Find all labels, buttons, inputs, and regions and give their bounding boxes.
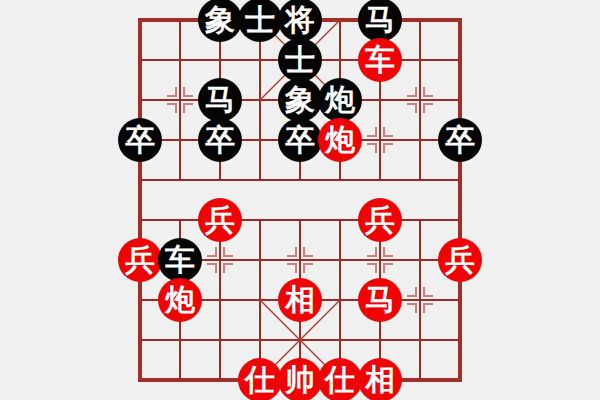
piece-black-chariot[interactable]: 车 <box>158 238 202 282</box>
piece-black-cannon[interactable]: 炮 <box>318 78 362 122</box>
piece-red-cannon[interactable]: 炮 <box>318 118 362 162</box>
piece-red-elephant[interactable]: 相 <box>278 278 322 322</box>
piece-red-general[interactable]: 帅 <box>278 358 322 400</box>
piece-black-elephant[interactable]: 象 <box>198 0 242 42</box>
piece-red-soldier[interactable]: 兵 <box>358 198 402 242</box>
piece-black-advisor[interactable]: 士 <box>278 38 322 82</box>
piece-black-soldier[interactable]: 卒 <box>118 118 162 162</box>
piece-red-horse[interactable]: 马 <box>358 278 402 322</box>
piece-black-soldier[interactable]: 卒 <box>438 118 482 162</box>
xiangqi-board-screen: 象士将马士车马象炮卒卒卒炮卒兵兵兵车兵炮相马仕帅仕相 <box>0 0 600 400</box>
piece-red-soldier[interactable]: 兵 <box>438 238 482 282</box>
piece-black-horse[interactable]: 马 <box>358 0 402 42</box>
pieces-layer[interactable]: 象士将马士车马象炮卒卒卒炮卒兵兵兵车兵炮相马仕帅仕相 <box>0 0 600 400</box>
piece-red-advisor[interactable]: 仕 <box>318 358 362 400</box>
piece-red-soldier[interactable]: 兵 <box>198 198 242 242</box>
piece-red-advisor[interactable]: 仕 <box>238 358 282 400</box>
piece-black-general[interactable]: 将 <box>278 0 322 42</box>
piece-black-soldier[interactable]: 卒 <box>198 118 242 162</box>
piece-black-advisor[interactable]: 士 <box>238 0 282 42</box>
piece-black-elephant[interactable]: 象 <box>278 78 322 122</box>
piece-black-soldier[interactable]: 卒 <box>278 118 322 162</box>
piece-red-elephant[interactable]: 相 <box>358 358 402 400</box>
piece-black-horse[interactable]: 马 <box>198 78 242 122</box>
piece-red-chariot[interactable]: 车 <box>358 38 402 82</box>
piece-red-cannon[interactable]: 炮 <box>158 278 202 322</box>
piece-red-soldier[interactable]: 兵 <box>118 238 162 282</box>
